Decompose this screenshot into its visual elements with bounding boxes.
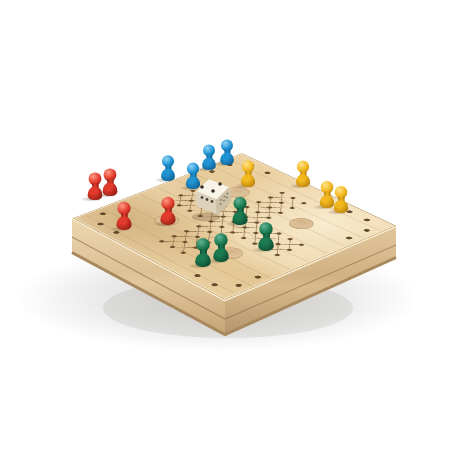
wooden-ludo-photo [0,0,452,452]
